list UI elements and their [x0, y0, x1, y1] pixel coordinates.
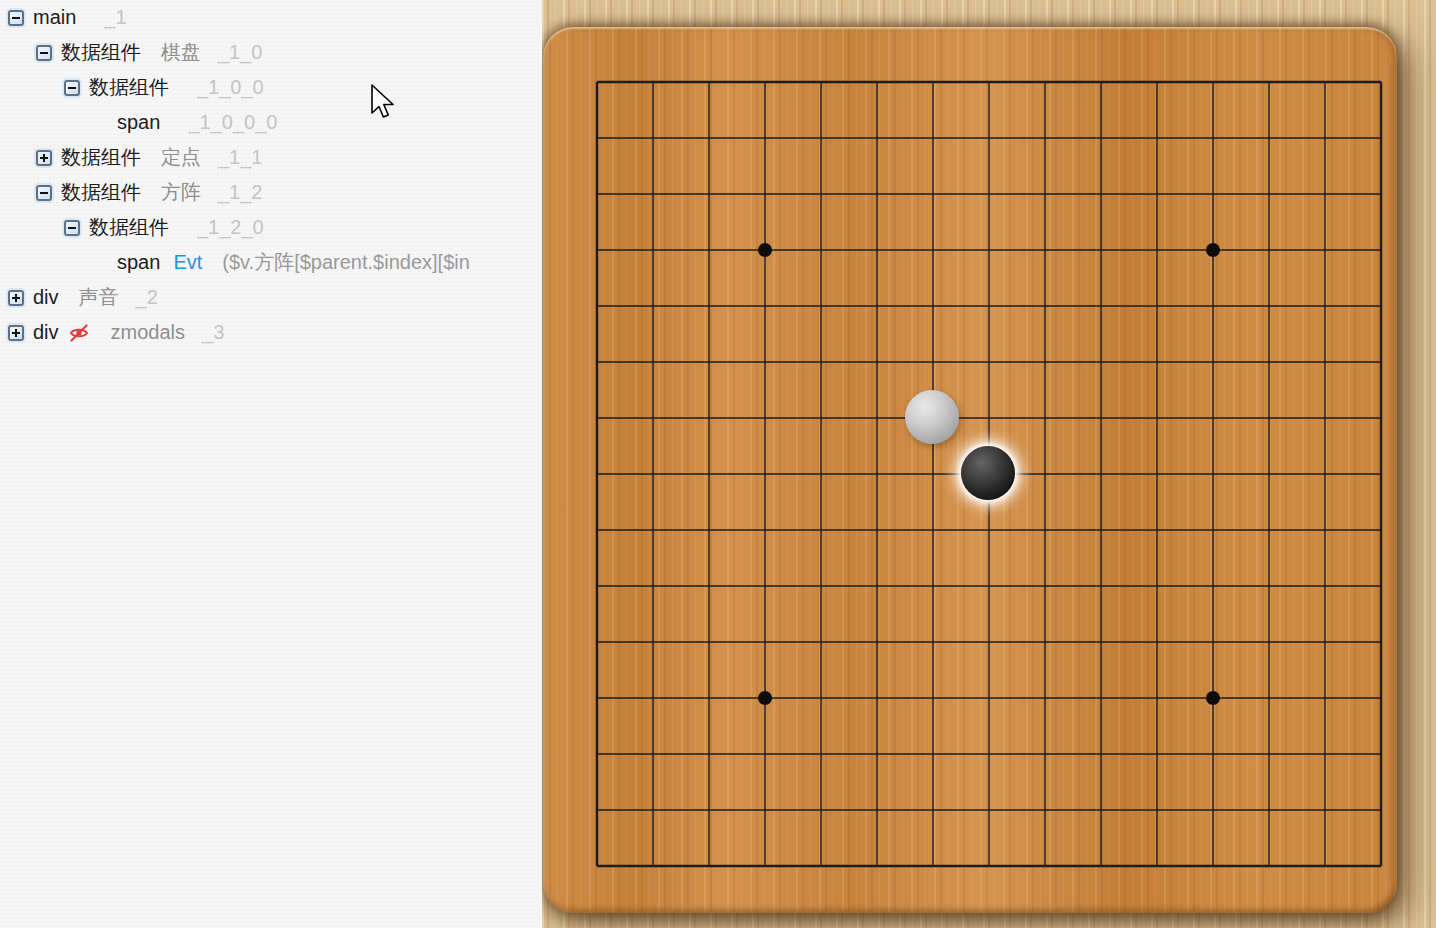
node-tag[interactable]: 数据组件 — [61, 39, 141, 66]
node-tag[interactable]: main — [33, 6, 76, 29]
node-id: _1_1 — [218, 146, 263, 169]
node-tag[interactable]: span — [117, 111, 160, 134]
node-tag[interactable]: 数据组件 — [61, 179, 141, 206]
black-stone-last-move — [961, 446, 1015, 500]
tree-node-row[interactable]: 数据组件定点_1_1 — [0, 140, 542, 175]
node-tag[interactable]: 数据组件 — [61, 144, 141, 171]
node-tag[interactable]: 数据组件 — [89, 74, 169, 101]
go-board[interactable] — [543, 27, 1397, 913]
node-name[interactable]: 声音 — [79, 284, 119, 311]
collapse-toggle-icon[interactable] — [36, 45, 52, 61]
node-id: _1 — [104, 6, 126, 29]
tree-node-row[interactable]: span_1_0_0_0 — [0, 105, 542, 140]
collapse-toggle-icon[interactable] — [64, 80, 80, 96]
tree-node-row[interactable]: 数据组件_1_0_0 — [0, 70, 542, 105]
node-event-badge[interactable]: Evt — [173, 251, 202, 274]
collapse-toggle-icon[interactable] — [8, 10, 24, 26]
star-point — [758, 691, 772, 705]
expand-toggle-icon[interactable] — [8, 325, 24, 341]
component-tree-panel: main_1数据组件棋盘_1_0数据组件_1_0_0span_1_0_0_0数据… — [0, 0, 542, 928]
expand-toggle-icon[interactable] — [8, 290, 24, 306]
indent-spacer — [92, 115, 117, 131]
node-tag[interactable]: div — [33, 321, 59, 344]
component-tree: main_1数据组件棋盘_1_0数据组件_1_0_0span_1_0_0_0数据… — [0, 0, 542, 350]
tree-node-row[interactable]: 数据组件棋盘_1_0 — [0, 35, 542, 70]
expand-toggle-icon[interactable] — [36, 150, 52, 166]
node-name[interactable]: 定点 — [161, 144, 201, 171]
node-id: _2 — [136, 286, 158, 309]
tree-node-row[interactable]: 数据组件_1_2_0 — [0, 210, 542, 245]
collapse-toggle-icon[interactable] — [64, 220, 80, 236]
node-id: _3 — [202, 321, 224, 344]
node-name[interactable]: 方阵 — [161, 179, 201, 206]
node-tag[interactable]: 数据组件 — [89, 214, 169, 241]
node-id: _1_0_0_0 — [188, 111, 277, 134]
collapse-toggle-icon[interactable] — [36, 185, 52, 201]
node-id: _1_0 — [218, 41, 263, 64]
node-name[interactable]: 棋盘 — [161, 39, 201, 66]
node-expression: ($v.方阵[$parent.$index][$in — [222, 249, 470, 276]
indent-spacer — [92, 255, 117, 271]
node-tag[interactable]: div — [33, 286, 59, 309]
tree-node-row[interactable]: div声音_2 — [0, 280, 542, 315]
tree-node-row[interactable]: spanEvt($v.方阵[$parent.$index][$in — [0, 245, 542, 280]
star-point — [1206, 243, 1220, 257]
node-name[interactable]: zmodals — [111, 321, 185, 344]
star-point — [1206, 691, 1220, 705]
node-tag[interactable]: span — [117, 251, 160, 274]
node-id: _1_0_0 — [197, 76, 264, 99]
white-stone — [905, 390, 959, 444]
star-point — [758, 243, 772, 257]
node-id: _1_2 — [218, 181, 263, 204]
tree-node-row[interactable]: 数据组件方阵_1_2 — [0, 175, 542, 210]
tree-node-row[interactable]: main_1 — [0, 0, 542, 35]
visibility-off-icon[interactable] — [67, 321, 91, 345]
tree-node-row[interactable]: divzmodals_3 — [0, 315, 542, 350]
node-id: _1_2_0 — [197, 216, 264, 239]
